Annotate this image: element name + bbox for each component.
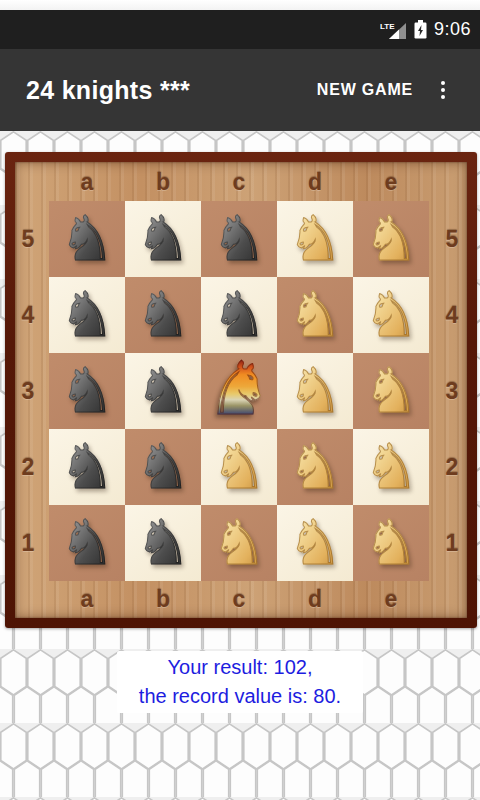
result-line-1: Your result: 102, [168, 653, 313, 682]
result-line-2: the record value is: 80. [139, 682, 341, 711]
rank-label-4-right: 4 [446, 302, 459, 329]
square-d2[interactable]: ♞ [277, 429, 353, 505]
square-b1[interactable]: ♞ [125, 505, 201, 581]
rank-label-1-left: 1 [22, 530, 35, 557]
board-grid: ♞♞♞♞♞♞♞♞♞♞♞♞♞♞♞♞♞♞♞♞♞♞♞♞♞ [49, 201, 429, 581]
white-knight-d1[interactable]: ♞ [287, 505, 343, 581]
square-e4[interactable]: ♞ [353, 277, 429, 353]
square-d1[interactable]: ♞ [277, 505, 353, 581]
square-c3[interactable]: ♞ [201, 353, 277, 429]
white-knight-d4[interactable]: ♞ [287, 277, 343, 353]
black-knight-c5[interactable]: ♞ [211, 201, 267, 277]
rank-label-2-right: 2 [446, 454, 459, 481]
square-a5[interactable]: ♞ [49, 201, 125, 277]
new-game-button[interactable]: NEW GAME [317, 81, 413, 99]
black-knight-a1[interactable]: ♞ [59, 505, 115, 581]
cellular-signal-icon: LTE [380, 21, 407, 39]
black-knight-b2[interactable]: ♞ [135, 429, 191, 505]
square-a1[interactable]: ♞ [49, 505, 125, 581]
top-white-strip [0, 0, 480, 10]
rank-label-1-right: 1 [446, 530, 459, 557]
rank-label-2-left: 2 [22, 454, 35, 481]
board-wooden-frame: ♞♞♞♞♞♞♞♞♞♞♞♞♞♞♞♞♞♞♞♞♞♞♞♞♞ aabbccddee5544… [15, 162, 467, 618]
square-b4[interactable]: ♞ [125, 277, 201, 353]
square-e5[interactable]: ♞ [353, 201, 429, 277]
network-type-label: LTE [380, 22, 395, 31]
square-a3[interactable]: ♞ [49, 353, 125, 429]
white-knight-e4[interactable]: ♞ [363, 277, 419, 353]
square-d3[interactable]: ♞ [277, 353, 353, 429]
file-label-e-bottom: e [385, 586, 398, 613]
file-label-c-bottom: c [233, 586, 246, 613]
square-b3[interactable]: ♞ [125, 353, 201, 429]
square-e2[interactable]: ♞ [353, 429, 429, 505]
white-knight-d5[interactable]: ♞ [287, 201, 343, 277]
black-knight-a4[interactable]: ♞ [59, 277, 115, 353]
white-knight-d2[interactable]: ♞ [287, 429, 343, 505]
white-knight-d3[interactable]: ♞ [287, 353, 343, 429]
dragon-knight-c3[interactable]: ♞ [206, 351, 272, 425]
black-knight-b1[interactable]: ♞ [135, 505, 191, 581]
overflow-menu-icon[interactable] [437, 77, 449, 103]
rank-label-4-left: 4 [22, 302, 35, 329]
square-d4[interactable]: ♞ [277, 277, 353, 353]
square-b5[interactable]: ♞ [125, 201, 201, 277]
square-a4[interactable]: ♞ [49, 277, 125, 353]
black-knight-a3[interactable]: ♞ [59, 353, 115, 429]
file-label-b-bottom: b [156, 586, 170, 613]
file-label-b-top: b [156, 169, 170, 196]
rank-label-5-right: 5 [446, 226, 459, 253]
white-knight-c2[interactable]: ♞ [211, 429, 267, 505]
square-b2[interactable]: ♞ [125, 429, 201, 505]
white-knight-e5[interactable]: ♞ [363, 201, 419, 277]
white-knight-e2[interactable]: ♞ [363, 429, 419, 505]
file-label-e-top: e [385, 169, 398, 196]
black-knight-b3[interactable]: ♞ [135, 353, 191, 429]
file-label-a-bottom: a [81, 586, 94, 613]
chess-board: ♞♞♞♞♞♞♞♞♞♞♞♞♞♞♞♞♞♞♞♞♞♞♞♞♞ aabbccddee5544… [5, 152, 477, 628]
rank-label-5-left: 5 [22, 226, 35, 253]
result-panel: Your result: 102, the record value is: 8… [117, 651, 363, 713]
file-label-c-top: c [233, 169, 246, 196]
white-knight-e3[interactable]: ♞ [363, 353, 419, 429]
white-knight-c1[interactable]: ♞ [211, 505, 267, 581]
rank-label-3-left: 3 [22, 378, 35, 405]
file-label-d-bottom: d [308, 586, 322, 613]
black-knight-c4[interactable]: ♞ [211, 277, 267, 353]
file-label-d-top: d [308, 169, 322, 196]
square-e1[interactable]: ♞ [353, 505, 429, 581]
square-c1[interactable]: ♞ [201, 505, 277, 581]
black-knight-a5[interactable]: ♞ [59, 201, 115, 277]
file-label-a-top: a [81, 169, 94, 196]
battery-charging-icon [414, 20, 427, 39]
black-knight-b4[interactable]: ♞ [135, 277, 191, 353]
square-c2[interactable]: ♞ [201, 429, 277, 505]
page-title: 24 knights *** [26, 76, 317, 105]
square-e3[interactable]: ♞ [353, 353, 429, 429]
square-c4[interactable]: ♞ [201, 277, 277, 353]
status-bar: LTE 9:06 [0, 10, 480, 49]
black-knight-b5[interactable]: ♞ [135, 201, 191, 277]
square-a2[interactable]: ♞ [49, 429, 125, 505]
rank-label-3-right: 3 [446, 378, 459, 405]
square-c5[interactable]: ♞ [201, 201, 277, 277]
white-knight-e1[interactable]: ♞ [363, 505, 419, 581]
square-d5[interactable]: ♞ [277, 201, 353, 277]
clock: 9:06 [434, 19, 471, 40]
app-bar: 24 knights *** NEW GAME [0, 49, 480, 131]
black-knight-a2[interactable]: ♞ [59, 429, 115, 505]
